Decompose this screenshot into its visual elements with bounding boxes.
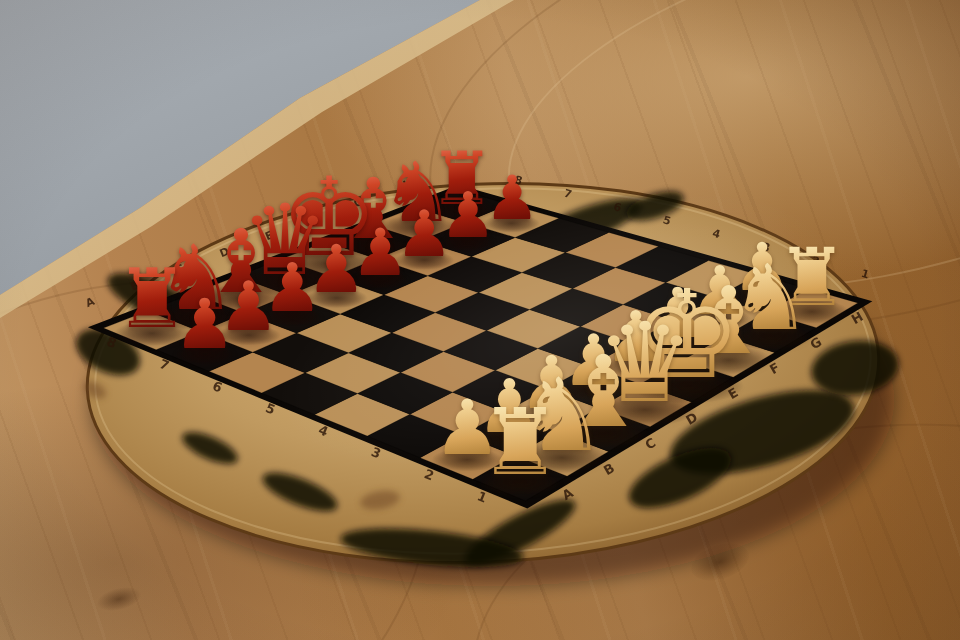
table-scene: A1A1B2B2C3C3D4D4E5E5F6F6G7G7H8H8 ♜♞♝♛♚♝♞… xyxy=(0,0,960,640)
rank-label-right-1: 1 xyxy=(860,267,871,282)
chess-board: A1A1B2B2C3C3D4D4E5E5F6F6G7G7H8H8 xyxy=(0,0,960,640)
file-label-top-A: A xyxy=(84,295,97,310)
